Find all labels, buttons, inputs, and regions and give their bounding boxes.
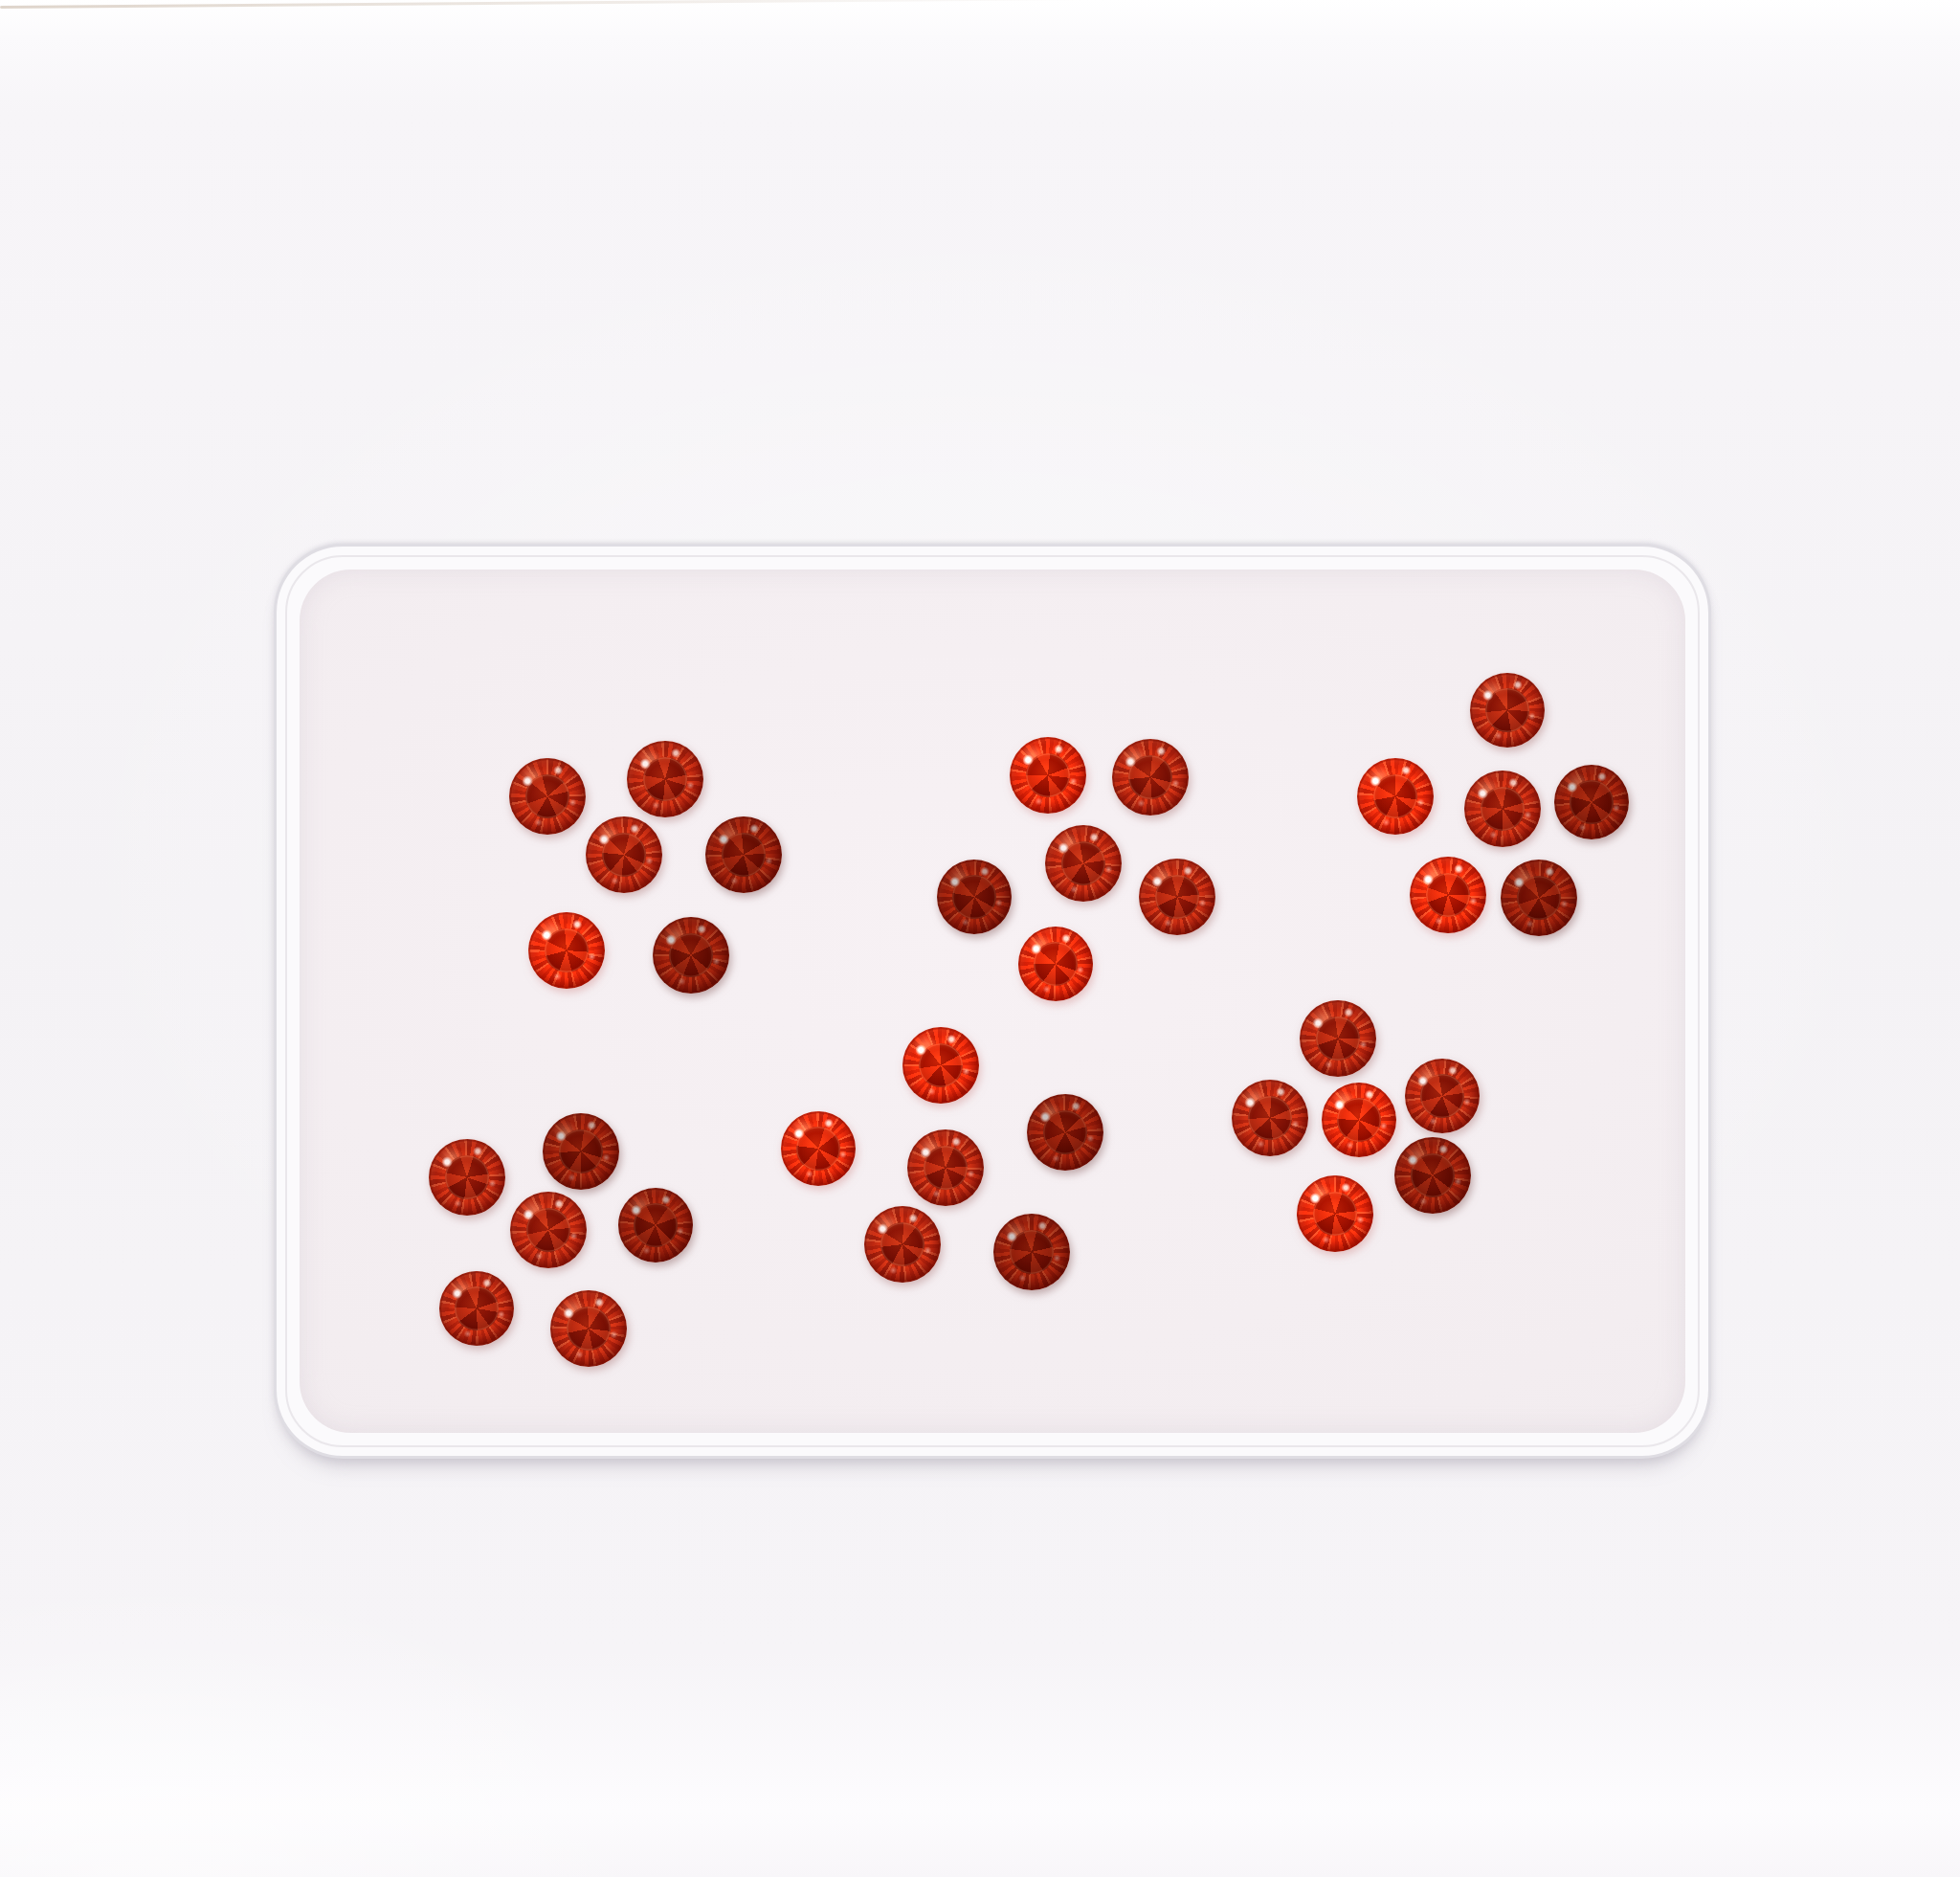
gemstone-top-right xyxy=(1554,765,1629,839)
gemstone-top-right xyxy=(1410,857,1486,933)
gemstone-top-left xyxy=(528,912,605,989)
gemstone-top-left xyxy=(627,741,703,817)
gemstone-bottom-right xyxy=(1405,1059,1480,1133)
gemstone-bottom-left xyxy=(550,1290,627,1367)
gemstone-top-left xyxy=(509,758,586,835)
gemstone-bottom-right xyxy=(1394,1137,1471,1214)
gemstone-top-right xyxy=(1470,673,1545,748)
gemstone-top-middle xyxy=(937,860,1012,934)
gem-layer xyxy=(0,0,1960,1877)
gemstone-top-left xyxy=(586,816,662,893)
gemstone-top-middle xyxy=(1139,859,1215,935)
gemstone-bottom-right xyxy=(1232,1080,1308,1156)
photo-canvas xyxy=(0,0,1960,1877)
gemstone-top-right xyxy=(1501,860,1577,936)
gemstone-bottom-middle xyxy=(902,1027,979,1104)
gemstone-bottom-middle xyxy=(1027,1094,1103,1171)
gemstone-top-middle xyxy=(1112,739,1189,816)
gemstone-bottom-left xyxy=(429,1139,505,1216)
gemstone-bottom-left xyxy=(510,1192,587,1268)
gemstone-top-right xyxy=(1464,771,1541,847)
gemstone-bottom-left xyxy=(439,1271,514,1346)
gemstone-bottom-left xyxy=(618,1188,693,1263)
gemstone-top-middle xyxy=(1010,737,1086,814)
gemstone-top-middle xyxy=(1018,927,1093,1001)
gemstone-top-middle xyxy=(1045,825,1122,902)
gemstone-bottom-right xyxy=(1300,1000,1376,1077)
gemstone-bottom-right xyxy=(1322,1083,1396,1157)
gemstone-top-left xyxy=(705,816,782,893)
gemstone-bottom-left xyxy=(543,1113,619,1190)
gemstone-bottom-middle xyxy=(993,1214,1070,1290)
gemstone-top-left xyxy=(653,917,729,994)
gemstone-top-right xyxy=(1357,758,1434,835)
gemstone-bottom-middle xyxy=(781,1111,856,1186)
gemstone-bottom-middle xyxy=(907,1129,984,1206)
gemstone-bottom-middle xyxy=(864,1206,941,1283)
gemstone-bottom-right xyxy=(1297,1175,1373,1252)
